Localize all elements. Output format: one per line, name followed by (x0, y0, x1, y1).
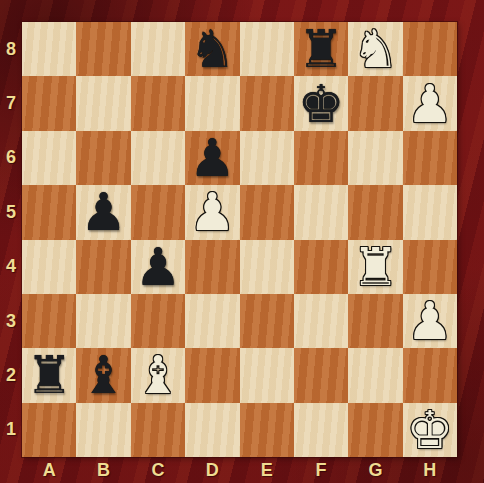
file-label-b: B (76, 457, 130, 483)
white-bishop[interactable]: ♝ (131, 348, 185, 402)
square-a3[interactable] (22, 294, 76, 348)
file-label-e: E (240, 457, 294, 483)
square-d5[interactable]: ♟ (185, 185, 239, 239)
square-h6[interactable] (403, 131, 457, 185)
square-e8[interactable] (240, 22, 294, 76)
square-h3[interactable]: ♟ (403, 294, 457, 348)
square-c1[interactable] (131, 403, 185, 457)
white-rook[interactable]: ♜ (348, 240, 402, 294)
square-b8[interactable] (76, 22, 130, 76)
square-h8[interactable] (403, 22, 457, 76)
square-g2[interactable] (348, 348, 402, 402)
rank-label-3: 3 (0, 294, 22, 348)
white-king[interactable]: ♚ (403, 403, 457, 457)
file-label-d: D (185, 457, 239, 483)
square-g5[interactable] (348, 185, 402, 239)
square-b5[interactable]: ♟ (76, 185, 130, 239)
square-e3[interactable] (240, 294, 294, 348)
rank-label-6: 6 (0, 131, 22, 185)
square-g1[interactable] (348, 403, 402, 457)
rank-label-8: 8 (0, 22, 22, 76)
black-pawn[interactable]: ♟ (76, 185, 130, 239)
black-knight[interactable]: ♞ (185, 22, 239, 76)
square-e2[interactable] (240, 348, 294, 402)
square-g4[interactable]: ♜ (348, 240, 402, 294)
file-label-g: G (348, 457, 402, 483)
square-c7[interactable] (131, 76, 185, 130)
board-frame: 87654321 ♞♜♞♚♟♟♟♟♟♜♟♜♝♝♚ ABCDEFGH (0, 0, 484, 483)
file-label-f: F (294, 457, 348, 483)
white-pawn[interactable]: ♟ (185, 185, 239, 239)
square-f5[interactable] (294, 185, 348, 239)
square-e6[interactable] (240, 131, 294, 185)
square-d2[interactable] (185, 348, 239, 402)
square-h4[interactable] (403, 240, 457, 294)
black-pawn[interactable]: ♟ (185, 131, 239, 185)
square-f1[interactable] (294, 403, 348, 457)
square-g7[interactable] (348, 76, 402, 130)
square-f7[interactable]: ♚ (294, 76, 348, 130)
file-labels: ABCDEFGH (22, 457, 457, 483)
square-a7[interactable] (22, 76, 76, 130)
square-b2[interactable]: ♝ (76, 348, 130, 402)
square-b4[interactable] (76, 240, 130, 294)
square-d4[interactable] (185, 240, 239, 294)
square-e1[interactable] (240, 403, 294, 457)
black-bishop[interactable]: ♝ (76, 348, 130, 402)
square-c5[interactable] (131, 185, 185, 239)
white-pawn[interactable]: ♟ (403, 76, 457, 130)
square-d3[interactable] (185, 294, 239, 348)
file-label-h: H (403, 457, 457, 483)
square-a1[interactable] (22, 403, 76, 457)
file-label-a: A (22, 457, 76, 483)
square-e4[interactable] (240, 240, 294, 294)
square-h1[interactable]: ♚ (403, 403, 457, 457)
square-g6[interactable] (348, 131, 402, 185)
square-b3[interactable] (76, 294, 130, 348)
rank-label-2: 2 (0, 348, 22, 402)
black-rook[interactable]: ♜ (294, 22, 348, 76)
square-f8[interactable]: ♜ (294, 22, 348, 76)
white-pawn[interactable]: ♟ (403, 294, 457, 348)
square-h2[interactable] (403, 348, 457, 402)
rank-labels: 87654321 (0, 22, 22, 457)
rank-label-4: 4 (0, 240, 22, 294)
square-a6[interactable] (22, 131, 76, 185)
white-knight[interactable]: ♞ (348, 22, 402, 76)
square-g3[interactable] (348, 294, 402, 348)
square-e7[interactable] (240, 76, 294, 130)
black-rook[interactable]: ♜ (22, 348, 76, 402)
black-king[interactable]: ♚ (294, 76, 348, 130)
rank-label-1: 1 (0, 403, 22, 457)
rank-label-5: 5 (0, 185, 22, 239)
square-a2[interactable]: ♜ (22, 348, 76, 402)
square-c3[interactable] (131, 294, 185, 348)
square-e5[interactable] (240, 185, 294, 239)
square-h5[interactable] (403, 185, 457, 239)
square-g8[interactable]: ♞ (348, 22, 402, 76)
square-c8[interactable] (131, 22, 185, 76)
file-label-c: C (131, 457, 185, 483)
black-pawn[interactable]: ♟ (131, 240, 185, 294)
square-c2[interactable]: ♝ (131, 348, 185, 402)
square-d8[interactable]: ♞ (185, 22, 239, 76)
square-f2[interactable] (294, 348, 348, 402)
square-c6[interactable] (131, 131, 185, 185)
square-a8[interactable] (22, 22, 76, 76)
square-b6[interactable] (76, 131, 130, 185)
square-d6[interactable]: ♟ (185, 131, 239, 185)
square-b1[interactable] (76, 403, 130, 457)
square-a4[interactable] (22, 240, 76, 294)
square-f6[interactable] (294, 131, 348, 185)
rank-label-7: 7 (0, 76, 22, 130)
square-a5[interactable] (22, 185, 76, 239)
square-d1[interactable] (185, 403, 239, 457)
square-f3[interactable] (294, 294, 348, 348)
chess-board[interactable]: ♞♜♞♚♟♟♟♟♟♜♟♜♝♝♚ (22, 22, 457, 457)
square-d7[interactable] (185, 76, 239, 130)
square-b7[interactable] (76, 76, 130, 130)
square-c4[interactable]: ♟ (131, 240, 185, 294)
square-h7[interactable]: ♟ (403, 76, 457, 130)
square-f4[interactable] (294, 240, 348, 294)
